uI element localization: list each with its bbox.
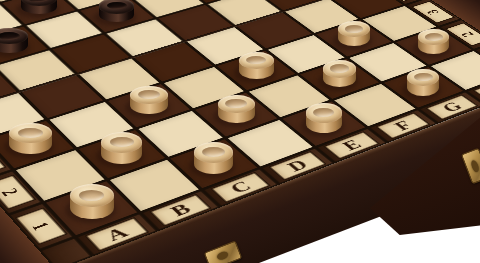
piece-recess [110, 137, 134, 147]
piece-recess [246, 56, 266, 64]
piece-top-face [323, 60, 357, 77]
pieces-layer: ⛂⛂⛂⛂⛂⛂⛂⛂⛂⛂⛂⛀⛂⛀⛀⛀⛀⛀⛀⛀⛀⛀⛀⛀ [0, 0, 480, 263]
checker-light-g3[interactable]: ⛀ [338, 21, 370, 46]
checker-dark-d6[interactable]: ⛂ [99, 0, 134, 22]
piece-recess [107, 2, 127, 9]
piece-recess [138, 90, 160, 99]
checkers-photo-scene: ABCDEFGH8877665544332211ABCDEFGH ⛂⛂⛂⛂⛂⛂⛂… [0, 0, 480, 263]
checker-light-e3[interactable]: ⛀ [239, 52, 274, 79]
piece-recess [225, 99, 247, 108]
checker-light-a1[interactable]: ⛀ [70, 184, 114, 219]
piece-top-face [306, 103, 342, 122]
piece-recess [28, 0, 49, 2]
checker-dark-b6[interactable]: ⛂ [0, 28, 28, 54]
checker-light-e1[interactable]: ⛀ [306, 103, 342, 132]
piece-recess [313, 108, 334, 117]
piece-top-face [99, 0, 134, 14]
piece-recess [0, 32, 20, 40]
piece-top-face [70, 184, 114, 207]
piece-top-face [239, 52, 274, 69]
checker-light-c1[interactable]: ⛀ [194, 142, 234, 174]
checker-light-b2[interactable]: ⛀ [101, 132, 142, 164]
piece-recess [425, 33, 443, 41]
piece-recess [79, 190, 105, 201]
piece-recess [345, 25, 364, 33]
piece-top-face [194, 142, 234, 163]
piece-recess [18, 128, 43, 138]
checker-light-g1[interactable]: ⛀ [407, 69, 439, 96]
checker-light-f2[interactable]: ⛀ [323, 60, 357, 87]
checker-light-d2[interactable]: ⛀ [218, 95, 255, 124]
piece-recess [414, 73, 433, 81]
checker-light-c3[interactable]: ⛀ [130, 86, 169, 115]
piece-top-face [218, 95, 255, 114]
checker-light-a3[interactable]: ⛀ [9, 123, 52, 154]
piece-recess [202, 147, 225, 157]
checker-dark-c7[interactable]: ⛂ [21, 0, 57, 14]
checker-light-h2[interactable]: ⛀ [418, 29, 449, 54]
piece-recess [330, 64, 350, 72]
